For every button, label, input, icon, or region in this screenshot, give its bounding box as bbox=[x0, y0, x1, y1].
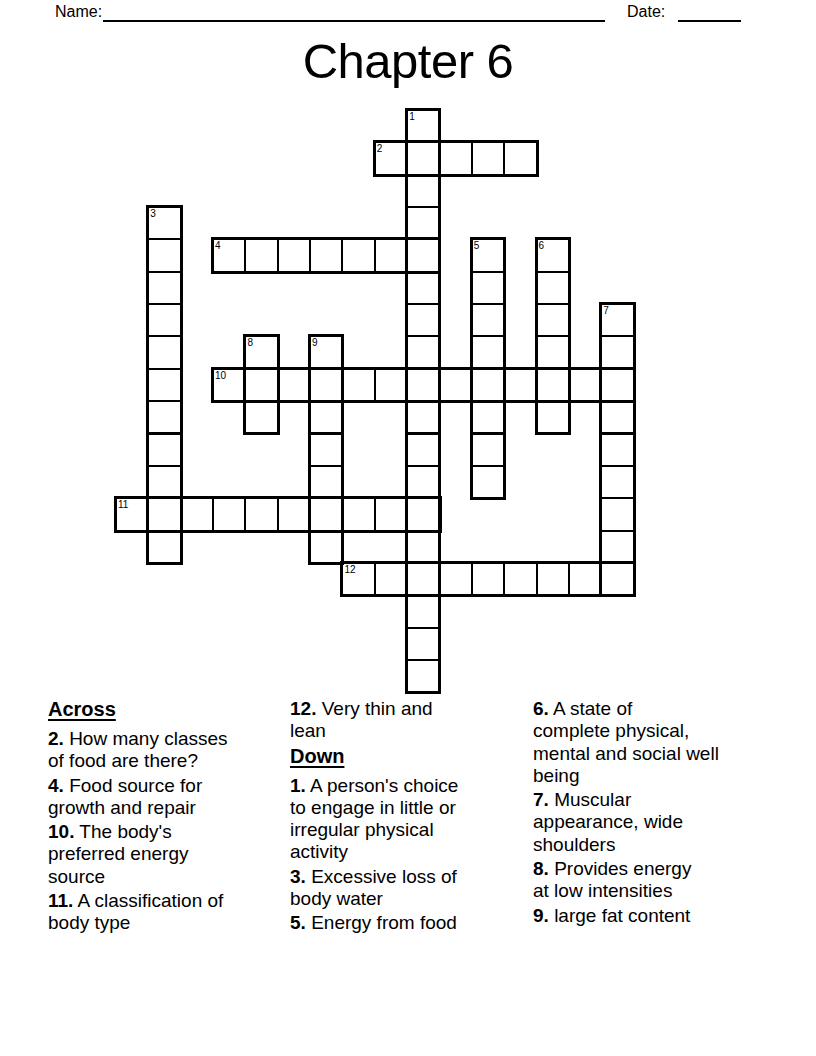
clue-number: 9. bbox=[533, 905, 549, 926]
cell-r9c13[interactable] bbox=[536, 400, 570, 434]
cell-r12c15[interactable] bbox=[600, 497, 634, 531]
clue-number: 11. bbox=[48, 890, 73, 911]
cell-r12c3[interactable] bbox=[212, 497, 246, 531]
cell-r9c1[interactable] bbox=[147, 400, 181, 434]
clue-10: 10. The body'spreferred energysource bbox=[48, 821, 290, 888]
cell-r6c9[interactable] bbox=[406, 303, 440, 337]
cell-r11c1[interactable] bbox=[147, 465, 181, 499]
cell-r13c15[interactable] bbox=[600, 530, 634, 564]
cell-r11c6[interactable] bbox=[309, 465, 343, 499]
cell-r3c9[interactable] bbox=[406, 206, 440, 240]
cell-r11c9[interactable] bbox=[406, 465, 440, 499]
cell-r8c6[interactable] bbox=[309, 368, 343, 402]
clue-2: 2. How many classesof food are there? bbox=[48, 728, 290, 773]
cell-r8c10[interactable] bbox=[439, 368, 473, 402]
cell-r11c11[interactable] bbox=[471, 465, 505, 499]
cell-r10c6[interactable] bbox=[309, 433, 343, 467]
clue-number: 10. bbox=[48, 821, 74, 842]
cell-r13c9[interactable] bbox=[406, 530, 440, 564]
cell-r12c5[interactable] bbox=[277, 497, 311, 531]
cell-r9c6[interactable] bbox=[309, 400, 343, 434]
cell-r7c1[interactable] bbox=[147, 335, 181, 369]
cell-r8c15[interactable] bbox=[600, 368, 634, 402]
cell-r1c12[interactable] bbox=[503, 141, 537, 175]
clue-9: 9. large fat content bbox=[533, 905, 783, 927]
cell-r4c3[interactable] bbox=[212, 238, 246, 272]
cell-r12c1[interactable] bbox=[147, 497, 181, 531]
clue-12: 12. Very thin andlean bbox=[290, 698, 533, 743]
clue-8: 8. Provides energyat low intensities bbox=[533, 858, 783, 903]
cell-r8c12[interactable] bbox=[503, 368, 537, 402]
clue-number: 2. bbox=[48, 728, 64, 749]
clue-number: 5. bbox=[290, 912, 306, 933]
clue-11: 11. A classification ofbody type bbox=[48, 890, 290, 935]
cell-r14c11[interactable] bbox=[471, 562, 505, 596]
cell-r4c9[interactable] bbox=[406, 238, 440, 272]
cell-r17c9[interactable] bbox=[406, 659, 440, 693]
clue-number: 12. bbox=[290, 698, 316, 719]
cell-r4c13[interactable] bbox=[536, 238, 570, 272]
cell-r13c6[interactable] bbox=[309, 530, 343, 564]
down-heading: Down bbox=[290, 745, 533, 768]
cell-r7c13[interactable] bbox=[536, 335, 570, 369]
cell-r4c8[interactable] bbox=[374, 238, 408, 272]
cell-r5c9[interactable] bbox=[406, 271, 440, 305]
cell-r4c4[interactable] bbox=[244, 238, 278, 272]
cell-r1c9[interactable] bbox=[406, 141, 440, 175]
cell-r8c1[interactable] bbox=[147, 368, 181, 402]
cell-r12c2[interactable] bbox=[180, 497, 214, 531]
cell-r6c1[interactable] bbox=[147, 303, 181, 337]
cell-r4c7[interactable] bbox=[341, 238, 375, 272]
cell-r14c12[interactable] bbox=[503, 562, 537, 596]
cell-r4c11[interactable] bbox=[471, 238, 505, 272]
cell-r15c9[interactable] bbox=[406, 594, 440, 628]
cell-r12c6[interactable] bbox=[309, 497, 343, 531]
page-title: Chapter 6 bbox=[0, 33, 816, 89]
cell-r16c9[interactable] bbox=[406, 627, 440, 661]
cell-r3c1[interactable] bbox=[147, 206, 181, 240]
cell-r12c7[interactable] bbox=[341, 497, 375, 531]
clue-3: 3. Excessive loss ofbody water bbox=[290, 866, 533, 911]
date-label: Date: bbox=[627, 3, 665, 21]
cell-r8c8[interactable] bbox=[374, 368, 408, 402]
cell-r10c11[interactable] bbox=[471, 433, 505, 467]
clue-column-0: Across2. How many classesof food are the… bbox=[48, 698, 290, 937]
cell-r9c11[interactable] bbox=[471, 400, 505, 434]
cell-r9c9[interactable] bbox=[406, 400, 440, 434]
cell-r5c13[interactable] bbox=[536, 271, 570, 305]
cell-r14c15[interactable] bbox=[600, 562, 634, 596]
name-label: Name: bbox=[55, 3, 102, 21]
cell-r7c15[interactable] bbox=[600, 335, 634, 369]
cell-r7c11[interactable] bbox=[471, 335, 505, 369]
cell-r8c13[interactable] bbox=[536, 368, 570, 402]
clue-6: 6. A state ofcomplete physical,mental an… bbox=[533, 698, 783, 787]
clue-number: 8. bbox=[533, 858, 549, 879]
cell-r6c11[interactable] bbox=[471, 303, 505, 337]
name-input-line[interactable] bbox=[103, 4, 605, 22]
cell-r4c6[interactable] bbox=[309, 238, 343, 272]
cell-r12c4[interactable] bbox=[244, 497, 278, 531]
cell-r12c9[interactable] bbox=[406, 497, 440, 531]
cell-r1c10[interactable] bbox=[439, 141, 473, 175]
across-heading: Across bbox=[48, 698, 290, 721]
cell-r14c10[interactable] bbox=[439, 562, 473, 596]
cell-r7c6[interactable] bbox=[309, 335, 343, 369]
cell-r14c9[interactable] bbox=[406, 562, 440, 596]
clue-5: 5. Energy from food bbox=[290, 912, 533, 934]
cell-r8c7[interactable] bbox=[341, 368, 375, 402]
clue-column-2: 6. A state ofcomplete physical,mental an… bbox=[533, 698, 783, 929]
cell-r10c9[interactable] bbox=[406, 433, 440, 467]
cell-r0c9[interactable] bbox=[406, 109, 440, 143]
clue-number: 6. bbox=[533, 698, 549, 719]
cell-r8c3[interactable] bbox=[212, 368, 246, 402]
date-input-line[interactable] bbox=[678, 4, 741, 22]
cell-r10c15[interactable] bbox=[600, 433, 634, 467]
cell-r13c1[interactable] bbox=[147, 530, 181, 564]
cell-r14c13[interactable] bbox=[536, 562, 570, 596]
cell-r9c15[interactable] bbox=[600, 400, 634, 434]
clue-4: 4. Food source forgrowth and repair bbox=[48, 775, 290, 820]
cell-r6c15[interactable] bbox=[600, 303, 634, 337]
cell-r8c11[interactable] bbox=[471, 368, 505, 402]
cell-r14c8[interactable] bbox=[374, 562, 408, 596]
cell-r7c9[interactable] bbox=[406, 335, 440, 369]
cell-r1c11[interactable] bbox=[471, 141, 505, 175]
cell-r5c1[interactable] bbox=[147, 271, 181, 305]
cell-r5c11[interactable] bbox=[471, 271, 505, 305]
cell-r14c7[interactable] bbox=[341, 562, 375, 596]
clue-7: 7. Muscularappearance, wideshoulders bbox=[533, 789, 783, 856]
clue-number: 4. bbox=[48, 775, 64, 796]
cell-r12c8[interactable] bbox=[374, 497, 408, 531]
cell-r8c4[interactable] bbox=[244, 368, 278, 402]
cell-r7c4[interactable] bbox=[244, 335, 278, 369]
cell-r14c14[interactable] bbox=[568, 562, 602, 596]
clue-1: 1. A person's choiceto engage in little … bbox=[290, 775, 533, 864]
cell-r12c0[interactable] bbox=[115, 497, 149, 531]
cell-r6c13[interactable] bbox=[536, 303, 570, 337]
cell-r8c14[interactable] bbox=[568, 368, 602, 402]
cell-r8c5[interactable] bbox=[277, 368, 311, 402]
cell-r2c9[interactable] bbox=[406, 174, 440, 208]
cell-r4c1[interactable] bbox=[147, 238, 181, 272]
clue-number: 7. bbox=[533, 789, 549, 810]
clue-column-1: 12. Very thin andleanDown1. A person's c… bbox=[290, 698, 533, 937]
cell-r8c9[interactable] bbox=[406, 368, 440, 402]
cell-r4c5[interactable] bbox=[277, 238, 311, 272]
clue-number: 1. bbox=[290, 775, 306, 796]
cell-r10c1[interactable] bbox=[147, 433, 181, 467]
cell-r1c8[interactable] bbox=[374, 141, 408, 175]
clue-number: 3. bbox=[290, 866, 306, 887]
cell-r11c15[interactable] bbox=[600, 465, 634, 499]
cell-r9c4[interactable] bbox=[244, 400, 278, 434]
